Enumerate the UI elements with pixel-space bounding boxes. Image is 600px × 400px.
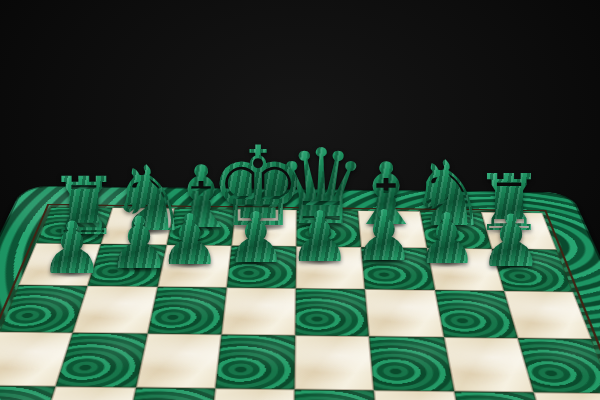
square-c4[interactable] xyxy=(369,336,453,391)
square-a5[interactable] xyxy=(533,392,600,400)
piece-pawn-g2[interactable]: ♟ xyxy=(107,207,172,279)
square-a3[interactable] xyxy=(504,291,592,339)
square-e3[interactable] xyxy=(221,287,296,335)
square-d5[interactable] xyxy=(294,389,380,400)
piece-pawn-e2[interactable]: ♟ xyxy=(225,203,288,273)
square-d4[interactable] xyxy=(295,335,375,390)
square-g4[interactable] xyxy=(56,332,147,387)
square-f3[interactable] xyxy=(147,286,226,334)
square-c3[interactable] xyxy=(365,289,443,337)
square-d3[interactable] xyxy=(295,288,369,336)
square-f5[interactable] xyxy=(122,387,215,400)
square-f4[interactable] xyxy=(135,333,221,388)
square-h5[interactable] xyxy=(0,385,56,400)
piece-pawn-h2[interactable]: ♟ xyxy=(40,212,105,284)
photo-stage: ♜♞♝♚♛♝♞♜♟♟♟♟♟♟♟♟ xyxy=(0,0,600,400)
piece-pawn-c2[interactable]: ♟ xyxy=(353,201,416,271)
square-e4[interactable] xyxy=(215,334,295,389)
piece-pawn-a2[interactable]: ♟ xyxy=(479,205,544,277)
square-g3[interactable] xyxy=(73,285,157,333)
piece-pawn-d2[interactable]: ♟ xyxy=(289,202,352,272)
piece-pawn-b2[interactable]: ♟ xyxy=(416,204,479,274)
square-c5[interactable] xyxy=(374,390,466,400)
square-e5[interactable] xyxy=(208,388,295,400)
